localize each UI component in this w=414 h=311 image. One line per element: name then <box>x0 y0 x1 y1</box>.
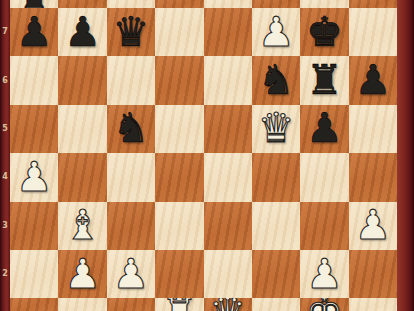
black-knight-f6[interactable]: ♞ <box>258 60 295 101</box>
square-e2[interactable] <box>204 250 252 298</box>
white-pawn-b2[interactable]: ♟ <box>64 254 101 295</box>
square-c8[interactable] <box>107 0 155 8</box>
square-c4[interactable] <box>107 153 155 201</box>
square-c2[interactable]: ♟ <box>107 250 155 298</box>
square-g1[interactable]: ♚ <box>300 298 348 311</box>
black-pawn-b7[interactable]: ♟ <box>64 12 101 53</box>
square-b6[interactable] <box>58 56 106 104</box>
square-d8[interactable] <box>155 0 203 8</box>
square-f1[interactable] <box>252 298 300 311</box>
square-g8[interactable] <box>300 0 348 8</box>
white-queen-e1[interactable]: ♛ <box>209 298 246 311</box>
square-d5[interactable] <box>155 105 203 153</box>
square-h8[interactable] <box>349 0 397 8</box>
white-pawn-g2[interactable]: ♟ <box>306 254 343 295</box>
white-rook-d1[interactable]: ♜ <box>161 298 198 311</box>
square-h4[interactable] <box>349 153 397 201</box>
square-c1[interactable] <box>107 298 155 311</box>
square-e6[interactable] <box>204 56 252 104</box>
white-pawn-f7[interactable]: ♟ <box>258 12 295 53</box>
square-b7[interactable]: ♟ <box>58 8 106 56</box>
square-f7[interactable]: ♟ <box>252 8 300 56</box>
rank-label-7: 7 <box>0 28 10 36</box>
square-g2[interactable]: ♟ <box>300 250 348 298</box>
chess-board: ♜♟♟♛♟♚♞♜♟♞♛♟♟♝♟♟♟♟♜♛♚ <box>10 0 397 311</box>
square-d1[interactable]: ♜ <box>155 298 203 311</box>
square-h6[interactable]: ♟ <box>349 56 397 104</box>
square-f5[interactable]: ♛ <box>252 105 300 153</box>
square-b5[interactable] <box>58 105 106 153</box>
square-g5[interactable]: ♟ <box>300 105 348 153</box>
rank-label-5: 5 <box>0 125 10 133</box>
square-e4[interactable] <box>204 153 252 201</box>
white-pawn-h3[interactable]: ♟ <box>354 205 391 246</box>
black-pawn-g5[interactable]: ♟ <box>306 108 343 149</box>
square-e1[interactable]: ♛ <box>204 298 252 311</box>
square-d7[interactable] <box>155 8 203 56</box>
board-frame-right <box>397 0 414 311</box>
square-g7[interactable]: ♚ <box>300 8 348 56</box>
square-g4[interactable] <box>300 153 348 201</box>
square-a6[interactable] <box>10 56 58 104</box>
square-b1[interactable] <box>58 298 106 311</box>
square-f6[interactable]: ♞ <box>252 56 300 104</box>
square-a2[interactable] <box>10 250 58 298</box>
square-e3[interactable] <box>204 202 252 250</box>
black-pawn-a7[interactable]: ♟ <box>16 12 53 53</box>
square-a7[interactable]: ♟ <box>10 8 58 56</box>
square-d2[interactable] <box>155 250 203 298</box>
white-bishop-b3[interactable]: ♝ <box>64 205 101 246</box>
square-c6[interactable] <box>107 56 155 104</box>
square-h1[interactable] <box>349 298 397 311</box>
square-a1[interactable] <box>10 298 58 311</box>
square-b3[interactable]: ♝ <box>58 202 106 250</box>
square-a4[interactable]: ♟ <box>10 153 58 201</box>
square-h5[interactable] <box>349 105 397 153</box>
square-f3[interactable] <box>252 202 300 250</box>
white-queen-f5[interactable]: ♛ <box>258 108 295 149</box>
black-queen-c7[interactable]: ♛ <box>113 12 150 53</box>
square-b4[interactable] <box>58 153 106 201</box>
rank-label-6: 6 <box>0 77 10 85</box>
black-knight-c5[interactable]: ♞ <box>113 108 150 149</box>
chess-board-screenshot: ♜♟♟♛♟♚♞♜♟♞♛♟♟♝♟♟♟♟♜♛♚ 765432 <box>0 0 414 311</box>
square-a5[interactable] <box>10 105 58 153</box>
square-d6[interactable] <box>155 56 203 104</box>
square-a8[interactable]: ♜ <box>10 0 58 8</box>
rank-label-3: 3 <box>0 222 10 230</box>
square-c3[interactable] <box>107 202 155 250</box>
black-pawn-h6[interactable]: ♟ <box>354 60 391 101</box>
square-f8[interactable] <box>252 0 300 8</box>
square-d4[interactable] <box>155 153 203 201</box>
square-f2[interactable] <box>252 250 300 298</box>
square-d3[interactable] <box>155 202 203 250</box>
white-pawn-c2[interactable]: ♟ <box>113 254 150 295</box>
square-b8[interactable] <box>58 0 106 8</box>
square-e8[interactable] <box>204 0 252 8</box>
square-b2[interactable]: ♟ <box>58 250 106 298</box>
square-f4[interactable] <box>252 153 300 201</box>
white-pawn-a4[interactable]: ♟ <box>16 157 53 198</box>
white-king-g1[interactable]: ♚ <box>306 298 343 311</box>
board-frame-left: 765432 <box>0 0 10 311</box>
square-h3[interactable]: ♟ <box>349 202 397 250</box>
square-g6[interactable]: ♜ <box>300 56 348 104</box>
square-e5[interactable] <box>204 105 252 153</box>
black-king-g7[interactable]: ♚ <box>306 12 343 53</box>
black-rook-g6[interactable]: ♜ <box>306 60 343 101</box>
square-g3[interactable] <box>300 202 348 250</box>
square-a3[interactable] <box>10 202 58 250</box>
square-c5[interactable]: ♞ <box>107 105 155 153</box>
rank-label-4: 4 <box>0 173 10 181</box>
square-h2[interactable] <box>349 250 397 298</box>
rank-label-2: 2 <box>0 270 10 278</box>
square-c7[interactable]: ♛ <box>107 8 155 56</box>
square-e7[interactable] <box>204 8 252 56</box>
square-h7[interactable] <box>349 8 397 56</box>
black-rook-a8[interactable]: ♜ <box>16 0 53 8</box>
